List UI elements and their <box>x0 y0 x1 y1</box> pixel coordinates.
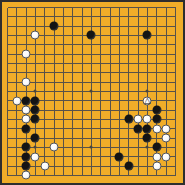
black-stone <box>22 152 31 161</box>
grid-line-horizontal <box>8 16 177 17</box>
white-stone <box>31 31 40 40</box>
grid-line-vertical <box>82 8 83 177</box>
grid-line-horizontal <box>8 175 177 176</box>
black-stone <box>134 124 143 133</box>
grid-line-horizontal <box>8 63 177 64</box>
black-stone <box>50 22 59 31</box>
white-stone <box>22 115 31 124</box>
white-stone <box>162 152 171 161</box>
star-point <box>146 146 149 149</box>
go-diagram: △ <box>0 0 185 185</box>
black-stone <box>22 143 31 152</box>
grid-line-vertical <box>44 8 45 177</box>
white-stone <box>22 78 31 87</box>
white-stone <box>143 115 152 124</box>
white-stone <box>50 143 59 152</box>
black-stone <box>31 96 40 105</box>
star-point <box>34 146 37 149</box>
white-stone <box>152 152 161 161</box>
grid-line-vertical <box>110 8 111 177</box>
grid-line-vertical <box>100 8 101 177</box>
white-stone <box>162 124 171 133</box>
black-stone <box>22 162 31 171</box>
black-stone <box>143 134 152 143</box>
black-stone <box>124 115 133 124</box>
grid-line-vertical <box>72 8 73 177</box>
grid-line-horizontal <box>8 44 177 45</box>
grid-line-vertical <box>63 8 64 177</box>
go-board: △ <box>0 0 185 185</box>
grid-line-vertical <box>16 8 17 177</box>
star-point <box>146 90 149 93</box>
white-stone <box>143 96 152 105</box>
white-stone <box>152 162 161 171</box>
white-stone <box>162 134 171 143</box>
white-stone <box>22 50 31 59</box>
black-stone <box>31 115 40 124</box>
grid-line-vertical <box>166 8 167 177</box>
grid-line-vertical <box>7 8 8 177</box>
grid-line-vertical <box>175 8 176 177</box>
black-stone <box>143 124 152 133</box>
black-stone <box>152 115 161 124</box>
white-stone <box>40 162 49 171</box>
black-stone <box>143 31 152 40</box>
grid-line-horizontal <box>8 166 177 167</box>
white-stone <box>22 106 31 115</box>
black-stone <box>22 124 31 133</box>
white-stone <box>31 152 40 161</box>
black-stone <box>124 162 133 171</box>
grid-line-vertical <box>119 8 120 177</box>
black-stone <box>115 152 124 161</box>
grid-line-horizontal <box>8 72 177 73</box>
white-stone <box>152 124 161 133</box>
white-stone <box>134 115 143 124</box>
black-stone <box>152 143 161 152</box>
grid-line-horizontal <box>8 82 177 83</box>
star-point <box>90 90 93 93</box>
grid-line-horizontal <box>8 54 177 55</box>
grid-line-vertical <box>128 8 129 177</box>
star-point <box>34 90 37 93</box>
black-stone <box>152 106 161 115</box>
black-stone <box>31 106 40 115</box>
black-stone <box>22 96 31 105</box>
grid-line-horizontal <box>8 7 177 8</box>
white-stone <box>12 96 21 105</box>
grid-line-vertical <box>138 8 139 177</box>
black-stone <box>31 134 40 143</box>
white-stone <box>22 171 31 180</box>
grid-line-horizontal <box>8 26 177 27</box>
black-stone <box>87 31 96 40</box>
star-point <box>90 146 93 149</box>
